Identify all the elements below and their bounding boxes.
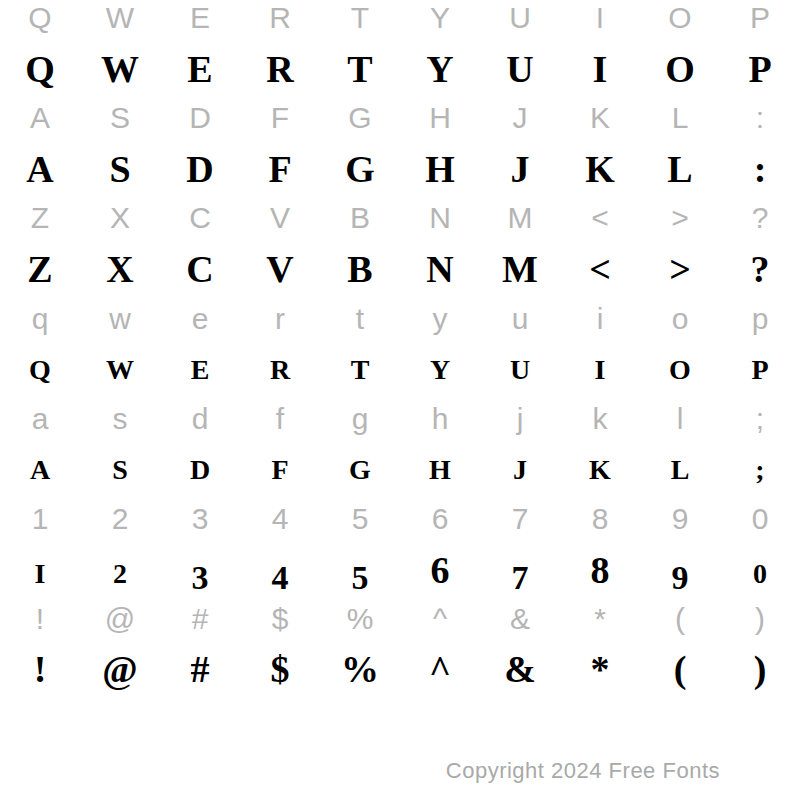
char-cell: A — [0, 134, 80, 204]
specimen-row-2: ASDFGHJKL: — [0, 134, 800, 204]
char-cell: F — [240, 435, 320, 505]
char-cell: K — [560, 134, 640, 204]
char-cell: T — [320, 335, 400, 405]
char-cell: U — [480, 34, 560, 104]
char-cell: D — [160, 435, 240, 505]
char-cell: G — [320, 435, 400, 505]
char-cell: E — [160, 34, 240, 104]
char-cell: H — [400, 435, 480, 505]
char-cell: E — [160, 335, 240, 405]
char-cell: 6 — [400, 535, 480, 605]
char-cell: F — [240, 134, 320, 204]
char-cell: > — [640, 234, 720, 304]
char-cell: : — [720, 134, 800, 204]
char-cell: A — [0, 435, 80, 505]
char-cell: I — [560, 34, 640, 104]
char-cell: W — [80, 34, 160, 104]
character-grid: QWERTYUIOPQWERTYUIOPASDFGHJKL:ASDFGHJKL:… — [0, 0, 800, 800]
char-cell: V — [240, 234, 320, 304]
char-cell: Q — [0, 34, 80, 104]
char-cell: U — [480, 335, 560, 405]
char-cell: ; — [720, 435, 800, 505]
char-cell: ! — [0, 634, 80, 704]
char-cell: ) — [720, 634, 800, 704]
char-cell: P — [720, 335, 800, 405]
char-cell: ( — [640, 634, 720, 704]
char-cell: L — [640, 134, 720, 204]
char-cell: M — [480, 234, 560, 304]
char-cell: O — [640, 335, 720, 405]
char-cell: % — [320, 634, 400, 704]
char-cell: Z — [0, 234, 80, 304]
char-cell: ? — [720, 234, 800, 304]
char-cell: S — [80, 134, 160, 204]
char-cell: I — [560, 335, 640, 405]
char-cell: # — [160, 634, 240, 704]
char-cell: J — [480, 134, 560, 204]
char-cell: O — [640, 34, 720, 104]
char-cell: Y — [400, 34, 480, 104]
char-cell: L — [640, 435, 720, 505]
char-cell: P — [720, 34, 800, 104]
char-cell: R — [240, 34, 320, 104]
char-cell: Y — [400, 335, 480, 405]
specimen-row-1: QWERTYUIOP — [0, 34, 800, 104]
char-cell: < — [560, 234, 640, 304]
char-cell: B — [320, 234, 400, 304]
specimen-row-6: I234567890 — [0, 535, 800, 605]
char-cell: 8 — [560, 535, 640, 605]
char-cell: S — [80, 435, 160, 505]
char-cell: G — [320, 134, 400, 204]
char-cell: R — [240, 335, 320, 405]
char-cell: X — [80, 234, 160, 304]
char-cell: * — [560, 634, 640, 704]
char-cell: Q — [0, 335, 80, 405]
char-cell: & — [480, 634, 560, 704]
char-cell: ^ — [400, 634, 480, 704]
char-cell: T — [320, 34, 400, 104]
specimen-row-4: QWERTYUIOP — [0, 335, 800, 405]
char-cell: W — [80, 335, 160, 405]
char-cell: J — [480, 435, 560, 505]
char-cell: $ — [240, 634, 320, 704]
copyright-text: Copyright 2024 Free Fonts — [446, 758, 720, 784]
char-cell: H — [400, 134, 480, 204]
char-cell: D — [160, 134, 240, 204]
specimen-row-3: ZXCVBNM<>? — [0, 234, 800, 304]
char-cell: C — [160, 234, 240, 304]
specimen-row-7: !@#$%^&*() — [0, 634, 800, 704]
char-cell: N — [400, 234, 480, 304]
char-cell: @ — [80, 634, 160, 704]
specimen-row-5: ASDFGHJKL; — [0, 435, 800, 505]
char-cell: K — [560, 435, 640, 505]
